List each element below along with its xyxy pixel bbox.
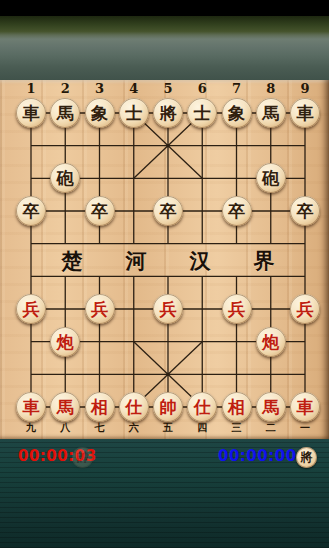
- file-label-bottom: 一: [292, 421, 318, 434]
- piece-char: 卒: [160, 196, 177, 226]
- piece-black[interactable]: 馬: [256, 98, 286, 128]
- piece-black[interactable]: 卒: [16, 196, 46, 226]
- piece-black[interactable]: 卒: [290, 196, 320, 226]
- piece-black[interactable]: 砲: [256, 163, 286, 193]
- piece-black[interactable]: 車: [16, 98, 46, 128]
- piece-char: 象: [91, 98, 108, 128]
- piece-char: 車: [297, 98, 314, 128]
- piece-char: 士: [194, 98, 211, 128]
- file-label-top: 4: [121, 81, 147, 96]
- piece-red[interactable]: 炮: [50, 327, 80, 357]
- piece-char: 士: [125, 98, 142, 128]
- file-label-bottom: 九: [18, 421, 44, 434]
- file-label-top: 7: [224, 81, 250, 96]
- piece-red[interactable]: 車: [16, 392, 46, 422]
- file-label-top: 3: [87, 81, 113, 96]
- piece-char: 馬: [57, 392, 74, 422]
- file-label-top: 6: [189, 81, 215, 96]
- piece-black[interactable]: 將: [153, 98, 183, 128]
- piece-red[interactable]: 車: [290, 392, 320, 422]
- piece-char: 仕: [125, 392, 142, 422]
- piece-char: 馬: [262, 98, 279, 128]
- piece-red[interactable]: 相: [85, 392, 115, 422]
- black-turn-marker-icon: 將: [296, 447, 317, 468]
- file-label-bottom: 八: [52, 421, 78, 434]
- river-char: 楚: [62, 247, 83, 275]
- background-photo: [0, 16, 329, 80]
- piece-red[interactable]: 馬: [256, 392, 286, 422]
- piece-black[interactable]: 象: [85, 98, 115, 128]
- xiangqi-app-screen: 123456789 九八七六五四三二一 楚河汉界 車馬象士將士象馬車砲砲卒卒卒卒…: [0, 0, 329, 548]
- file-label-top: 1: [18, 81, 44, 96]
- piece-red[interactable]: 兵: [290, 294, 320, 324]
- river-char: 河: [126, 247, 147, 275]
- piece-red[interactable]: 兵: [16, 294, 46, 324]
- file-label-bottom: 六: [121, 421, 147, 434]
- piece-black[interactable]: 卒: [153, 196, 183, 226]
- piece-black[interactable]: 卒: [85, 196, 115, 226]
- piece-red[interactable]: 炮: [256, 327, 286, 357]
- piece-char: 帥: [160, 392, 177, 422]
- red-turn-marker-icon: 帥: [72, 447, 93, 468]
- piece-char: 車: [23, 98, 40, 128]
- piece-char: 馬: [262, 392, 279, 422]
- river-char: 界: [254, 247, 275, 275]
- piece-red[interactable]: 兵: [222, 294, 252, 324]
- piece-char: 砲: [262, 163, 279, 193]
- file-label-bottom: 二: [258, 421, 284, 434]
- piece-char: 車: [297, 392, 314, 422]
- file-label-bottom: 三: [224, 421, 250, 434]
- file-label-bottom: 四: [189, 421, 215, 434]
- file-label-bottom: 五: [155, 421, 181, 434]
- xiangqi-board[interactable]: 123456789 九八七六五四三二一 楚河汉界 車馬象士將士象馬車砲砲卒卒卒卒…: [0, 80, 329, 439]
- black-clock: 00:00:00: [218, 447, 297, 465]
- clock-row: 00:00:03 帥 00:00:00 將: [0, 443, 329, 467]
- piece-char: 卒: [23, 196, 40, 226]
- piece-char: 相: [91, 392, 108, 422]
- piece-char: 兵: [91, 294, 108, 324]
- piece-char: 卒: [297, 196, 314, 226]
- piece-char: 象: [228, 98, 245, 128]
- piece-char: 馬: [57, 98, 74, 128]
- piece-red[interactable]: 兵: [85, 294, 115, 324]
- file-label-top: 5: [155, 81, 181, 96]
- piece-char: 將: [160, 98, 177, 128]
- piece-char: 炮: [262, 327, 279, 357]
- piece-char: 相: [228, 392, 245, 422]
- piece-black[interactable]: 卒: [222, 196, 252, 226]
- file-label-bottom: 七: [87, 421, 113, 434]
- piece-black[interactable]: 士: [119, 98, 149, 128]
- piece-char: 炮: [57, 327, 74, 357]
- file-label-top: 8: [258, 81, 284, 96]
- piece-char: 仕: [194, 392, 211, 422]
- piece-char: 車: [23, 392, 40, 422]
- river-char: 汉: [190, 247, 211, 275]
- piece-char: 兵: [23, 294, 40, 324]
- piece-red[interactable]: 仕: [119, 392, 149, 422]
- piece-char: 卒: [91, 196, 108, 226]
- piece-char: 兵: [160, 294, 177, 324]
- piece-black[interactable]: 象: [222, 98, 252, 128]
- piece-char: 卒: [228, 196, 245, 226]
- piece-char: 兵: [228, 294, 245, 324]
- file-label-top: 9: [292, 81, 318, 96]
- file-label-top: 2: [52, 81, 78, 96]
- piece-red[interactable]: 相: [222, 392, 252, 422]
- control-panel: 00:00:03 帥 00:00:00 將 重来悔棋前局后局选局 提示布局停止主…: [0, 439, 329, 548]
- piece-red[interactable]: 帥: [153, 392, 183, 422]
- piece-char: 砲: [57, 163, 74, 193]
- status-bar: [0, 0, 329, 16]
- piece-red[interactable]: 兵: [153, 294, 183, 324]
- river-inscription: 楚河汉界: [40, 244, 296, 277]
- piece-black[interactable]: 車: [290, 98, 320, 128]
- piece-char: 兵: [297, 294, 314, 324]
